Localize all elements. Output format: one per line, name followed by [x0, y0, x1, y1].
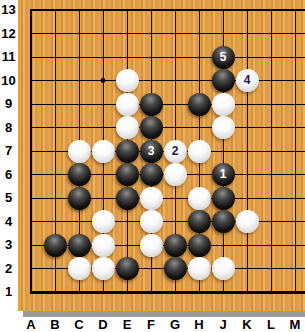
- row-label-1: 1: [0, 284, 17, 300]
- row-label-12: 12: [0, 26, 17, 42]
- stone-white-k10: 4: [236, 69, 259, 92]
- stone-black-g2: [164, 257, 187, 280]
- stone-black-f7: 3: [140, 140, 163, 163]
- stone-white-f5: [140, 187, 163, 210]
- col-label-h: H: [187, 318, 211, 332]
- stone-black-b3: [44, 234, 67, 257]
- stone-black-e6: [116, 163, 139, 186]
- col-label-d: D: [91, 318, 115, 332]
- stone-white-g6: [164, 163, 187, 186]
- stone-white-d3: [92, 234, 115, 257]
- row-label-11: 11: [0, 49, 17, 65]
- stone-white-h7: [188, 140, 211, 163]
- stone-white-j2: [212, 257, 235, 280]
- stone-black-e7: [116, 140, 139, 163]
- stone-black-j5: [212, 187, 235, 210]
- stone-black-j4: [212, 210, 235, 233]
- stone-black-j11: 5: [212, 46, 235, 69]
- stone-white-k4: [236, 210, 259, 233]
- stone-white-e10: [116, 69, 139, 92]
- stone-white-j9: [212, 93, 235, 116]
- col-label-e: E: [115, 318, 139, 332]
- stone-white-d4: [92, 210, 115, 233]
- stone-black-f6: [140, 163, 163, 186]
- stone-black-c5: [68, 187, 91, 210]
- row-label-8: 8: [0, 120, 17, 136]
- row-label-9: 9: [0, 96, 17, 112]
- stone-black-g3: [164, 234, 187, 257]
- stone-white-e8: [116, 116, 139, 139]
- col-label-k: K: [235, 318, 259, 332]
- stone-black-c3: [68, 234, 91, 257]
- stone-white-j8: [212, 116, 235, 139]
- stone-black-h9: [188, 93, 211, 116]
- stone-white-h2: [188, 257, 211, 280]
- stone-white-c7: [68, 140, 91, 163]
- row-label-6: 6: [0, 167, 17, 183]
- row-label-10: 10: [0, 73, 17, 89]
- stone-black-h3: [188, 234, 211, 257]
- stone-black-h4: [188, 210, 211, 233]
- col-label-j: J: [211, 318, 235, 332]
- col-label-l: L: [259, 318, 283, 332]
- star-point-d10: [101, 78, 106, 83]
- row-label-13: 13: [0, 2, 17, 18]
- col-label-b: B: [43, 318, 67, 332]
- row-label-3: 3: [0, 237, 17, 253]
- stone-black-e2: [116, 257, 139, 280]
- stone-black-c6: [68, 163, 91, 186]
- stone-black-f9: [140, 93, 163, 116]
- col-label-f: F: [139, 318, 163, 332]
- board-shadow: [23, 311, 305, 317]
- stone-white-d2: [92, 257, 115, 280]
- stone-white-h5: [188, 187, 211, 210]
- stone-black-e5: [116, 187, 139, 210]
- stone-white-d7: [92, 140, 115, 163]
- row-label-5: 5: [0, 190, 17, 206]
- stone-white-f3: [140, 234, 163, 257]
- col-label-m: M: [283, 318, 305, 332]
- col-label-a: A: [19, 318, 43, 332]
- row-label-4: 4: [0, 214, 17, 230]
- go-board-diagram: 13121110987654321 ABCDEFGHJKLM 54321: [0, 0, 305, 332]
- stone-black-f8: [140, 116, 163, 139]
- stone-white-e9: [116, 93, 139, 116]
- stone-white-f4: [140, 210, 163, 233]
- stone-black-j10: [212, 69, 235, 92]
- row-label-2: 2: [0, 261, 17, 277]
- stone-black-j6: 1: [212, 163, 235, 186]
- stone-white-g7: 2: [164, 140, 187, 163]
- stone-white-c2: [68, 257, 91, 280]
- col-label-c: C: [67, 318, 91, 332]
- row-label-7: 7: [0, 143, 17, 159]
- col-label-g: G: [163, 318, 187, 332]
